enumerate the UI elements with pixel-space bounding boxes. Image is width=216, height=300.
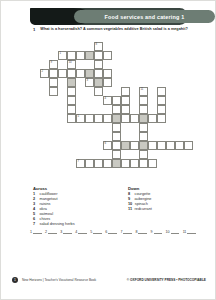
grid-gap	[130, 78, 139, 87]
crossword-cell[interactable]: 9	[49, 60, 58, 69]
grid-gap	[139, 78, 148, 87]
across-header: Across	[33, 186, 125, 191]
crossword-cell[interactable]	[49, 69, 58, 78]
answer-blank[interactable]: 1	[30, 229, 42, 234]
grid-gap	[40, 123, 49, 132]
crossword-cell-shaded[interactable]	[94, 78, 103, 87]
grid-gap	[58, 105, 67, 114]
answer-blank-line[interactable]	[93, 229, 102, 234]
crossword-cell[interactable]	[67, 51, 76, 60]
clue-number: 5	[78, 115, 80, 118]
grid-gap	[184, 60, 193, 69]
answer-blank-number: 8	[135, 230, 137, 234]
grid-gap	[175, 123, 184, 132]
crossword-cell[interactable]	[121, 105, 130, 114]
grid-gap	[148, 123, 157, 132]
crossword-cell[interactable]	[67, 114, 76, 123]
grid-gap	[49, 114, 58, 123]
crossword-cell[interactable]	[157, 87, 166, 96]
answer-blank-number: 7	[120, 230, 122, 234]
answer-blank-line[interactable]	[171, 229, 180, 234]
crossword-cell[interactable]: 5	[76, 114, 85, 123]
grid-gap	[58, 96, 67, 105]
grid-gap	[157, 60, 166, 69]
crossword-cell[interactable]	[166, 141, 175, 150]
grid-gap	[49, 51, 58, 60]
grid-gap	[112, 87, 121, 96]
grid-gap	[175, 87, 184, 96]
grid-gap	[139, 69, 148, 78]
grid-gap	[85, 105, 94, 114]
crossword-cell[interactable]	[139, 105, 148, 114]
clue-number: 11	[141, 88, 144, 91]
crossword-cell[interactable]	[175, 141, 184, 150]
grid-gap	[166, 42, 175, 51]
crossword-cell[interactable]	[103, 69, 112, 78]
crossword-cell[interactable]	[94, 87, 103, 96]
grid-gap	[184, 150, 193, 159]
clues-across: Across 1cauliflower2mangetout3raisins4ok…	[33, 186, 125, 227]
grid-gap	[139, 60, 148, 69]
grid-gap	[103, 105, 112, 114]
grid-gap	[94, 96, 103, 105]
grid-gap	[175, 60, 184, 69]
book-title: New Horizons | Teacher's Vocational Reso…	[22, 278, 96, 282]
grid-gap	[85, 150, 94, 159]
grid-gap	[121, 123, 130, 132]
crossword-cell[interactable]	[67, 105, 76, 114]
grid-gap	[58, 78, 67, 87]
grid-gap	[166, 96, 175, 105]
grid-gap	[130, 96, 139, 105]
crossword-cell[interactable]	[148, 159, 157, 168]
grid-gap	[166, 87, 175, 96]
grid-gap	[139, 51, 148, 60]
answer-blank[interactable]: 4	[75, 229, 87, 234]
clue-item: 7salad dressing herbs	[33, 222, 125, 227]
grid-gap	[76, 42, 85, 51]
grid-gap	[184, 69, 193, 78]
header-banner: Food services and catering 1	[30, 8, 188, 25]
crossword-cell-shaded[interactable]	[67, 78, 76, 87]
grid-gap	[157, 159, 166, 168]
grid-gap	[40, 60, 49, 69]
grid-gap	[49, 42, 58, 51]
grid-gap	[130, 51, 139, 60]
answer-blank[interactable]: 11	[183, 229, 196, 234]
crossword-cell[interactable]	[157, 114, 166, 123]
grid-gap	[121, 60, 130, 69]
crossword-cell[interactable]: 2	[40, 69, 49, 78]
grid-gap	[175, 51, 184, 60]
grid-gap	[76, 132, 85, 141]
grid-gap	[76, 123, 85, 132]
grid-gap	[67, 150, 76, 159]
grid-gap	[148, 60, 157, 69]
grid-gap	[166, 150, 175, 159]
grid-gap	[139, 42, 148, 51]
crossword-cell[interactable]	[76, 69, 85, 78]
crossword-cell[interactable]	[139, 150, 148, 159]
grid-gap	[112, 51, 121, 60]
grid-gap	[94, 132, 103, 141]
answer-blank-number: 5	[90, 230, 92, 234]
grid-gap	[58, 123, 67, 132]
crossword-cell[interactable]	[94, 159, 103, 168]
grid-gap	[121, 51, 130, 60]
grid-gap	[166, 69, 175, 78]
grid-gap	[67, 42, 76, 51]
grid-gap	[67, 132, 76, 141]
grid-gap	[148, 51, 157, 60]
grid-gap	[166, 123, 175, 132]
grid-gap	[40, 51, 49, 60]
grid-gap	[103, 42, 112, 51]
clue-item-text: redcurrant	[135, 207, 152, 212]
grid-gap	[40, 96, 49, 105]
grid-gap	[121, 150, 130, 159]
grid-gap	[103, 132, 112, 141]
crossword-cell[interactable]	[85, 114, 94, 123]
grid-gap	[184, 159, 193, 168]
answer-blank-number: 6	[105, 230, 107, 234]
grid-gap	[130, 150, 139, 159]
crossword-cell[interactable]: 3	[85, 78, 94, 87]
crossword-cell[interactable]	[112, 96, 121, 105]
answer-blank-line[interactable]	[63, 229, 72, 234]
clues-down: Down 8courgette9aubergine10spinach11redc…	[128, 186, 216, 212]
answer-blank[interactable]: 2	[45, 229, 57, 234]
grid-gap	[85, 123, 94, 132]
grid-gap	[184, 87, 193, 96]
grid-gap	[175, 42, 184, 51]
clue-number: 3	[87, 79, 89, 82]
grid-gap	[175, 150, 184, 159]
page-title: Food services and catering 1	[105, 14, 185, 20]
grid-gap	[112, 42, 121, 51]
crossword-cell[interactable]	[94, 114, 103, 123]
grid-gap	[40, 105, 49, 114]
grid-gap	[157, 69, 166, 78]
clue-number: 7	[78, 160, 80, 163]
answer-blanks-row[interactable]: 1234567891011	[30, 229, 196, 234]
answer-blank-line[interactable]	[138, 229, 147, 234]
workbook-page: Food services and catering 1 1 What is a…	[0, 0, 216, 300]
crossword-cell[interactable]	[148, 114, 157, 123]
grid-gap	[58, 114, 67, 123]
grid-gap	[85, 87, 94, 96]
grid-gap	[130, 123, 139, 132]
crossword-cell[interactable]: 10	[67, 60, 76, 69]
grid-gap	[49, 132, 58, 141]
crossword-cell[interactable]	[49, 78, 58, 87]
grid-gap	[148, 78, 157, 87]
grid-gap	[58, 132, 67, 141]
grid-gap	[184, 96, 193, 105]
answer-blank[interactable]: 7	[120, 229, 132, 234]
answer-blank[interactable]: 6	[105, 229, 117, 234]
clue-number: 9	[51, 61, 53, 64]
grid-gap	[103, 87, 112, 96]
grid-gap	[130, 60, 139, 69]
grid-gap	[94, 123, 103, 132]
crossword-cell[interactable]	[139, 132, 148, 141]
grid-gap	[40, 42, 49, 51]
crossword-cell[interactable]	[121, 159, 130, 168]
crossword-cell[interactable]	[67, 69, 76, 78]
crossword-cell[interactable]	[94, 69, 103, 78]
clue-number: 10	[69, 61, 72, 64]
grid-gap	[85, 42, 94, 51]
grid-gap	[175, 96, 184, 105]
crossword-cell[interactable]	[112, 141, 121, 150]
grid-gap	[49, 105, 58, 114]
clue-item-number: 11	[128, 207, 132, 212]
grid-gap	[157, 51, 166, 60]
grid-gap	[121, 69, 130, 78]
answer-blank-number: 10	[166, 230, 170, 234]
grid-gap	[94, 150, 103, 159]
grid-gap	[85, 96, 94, 105]
grid-gap	[58, 150, 67, 159]
crossword-cell[interactable]	[130, 159, 139, 168]
answer-blank-number: 1	[30, 230, 32, 234]
crossword-cell[interactable]	[103, 78, 112, 87]
grid-gap	[184, 123, 193, 132]
grid-gap	[76, 60, 85, 69]
grid-gap	[175, 78, 184, 87]
crossword-cell[interactable]: 8	[94, 42, 103, 51]
grid-gap	[121, 132, 130, 141]
grid-gap	[49, 96, 58, 105]
grid-gap	[103, 60, 112, 69]
crossword-cell[interactable]: 4	[103, 96, 112, 105]
grid-gap	[40, 141, 49, 150]
grid-gap	[148, 87, 157, 96]
page-footer: 1 New Horizons | Teacher's Vocational Re…	[10, 277, 206, 287]
crossword-cell[interactable]	[49, 87, 58, 96]
grid-gap	[166, 159, 175, 168]
grid-gap	[40, 114, 49, 123]
clue-item-text: salad dressing herbs	[40, 222, 75, 227]
grid-gap	[40, 78, 49, 87]
grid-gap	[85, 132, 94, 141]
crossword-cell[interactable]	[112, 132, 121, 141]
crossword-cell-shaded[interactable]	[121, 141, 130, 150]
down-list: 8courgette9aubergine10spinach11redcurran…	[128, 192, 216, 212]
answer-blank[interactable]: 10	[166, 229, 180, 234]
crossword-cell[interactable]	[103, 159, 112, 168]
grid-gap	[175, 69, 184, 78]
grid-gap	[166, 60, 175, 69]
copyright-notice: © OXFORD UNIVERSITY PRESS • PHOTOCOPIABL…	[127, 278, 206, 282]
grid-gap	[175, 114, 184, 123]
crossword-cell[interactable]	[67, 87, 76, 96]
grid-gap	[103, 123, 112, 132]
answer-blank-number: 2	[45, 230, 47, 234]
grid-gap	[184, 78, 193, 87]
crossword-cell[interactable]	[130, 141, 139, 150]
answer-blank-line[interactable]	[123, 229, 132, 234]
crossword-cell[interactable]	[121, 114, 130, 123]
grid-gap	[49, 123, 58, 132]
crossword-cell[interactable]	[103, 114, 112, 123]
grid-gap	[184, 105, 193, 114]
page-number-badge: 1	[12, 277, 18, 283]
grid-gap	[166, 132, 175, 141]
grid-gap	[58, 87, 67, 96]
crossword-cell[interactable]: 11	[139, 87, 148, 96]
unit-title-pill: Food services and catering 1	[74, 10, 215, 23]
crossword-cell[interactable]	[157, 141, 166, 150]
crossword-cell-shaded[interactable]	[85, 69, 94, 78]
clue-number: 6	[105, 142, 107, 145]
grid-gap	[157, 132, 166, 141]
grid-gap	[157, 123, 166, 132]
answer-blank[interactable]: 3	[60, 229, 72, 234]
crossword-cell[interactable]: 1	[58, 51, 67, 60]
answer-blank-line[interactable]	[33, 229, 42, 234]
grid-gap	[157, 78, 166, 87]
answer-blank-line[interactable]	[48, 229, 57, 234]
grid-gap	[76, 141, 85, 150]
grid-gap	[112, 69, 121, 78]
crossword-cell[interactable]	[103, 51, 112, 60]
grid-gap	[40, 150, 49, 159]
crossword-cell[interactable]	[76, 51, 85, 60]
answer-blank-number: 4	[75, 230, 77, 234]
grid-gap	[175, 105, 184, 114]
answer-blank[interactable]: 8	[135, 229, 147, 234]
crossword-cell-shaded[interactable]	[139, 114, 148, 123]
exercise-instruction: 1 What is a horseradish? A common vegeta…	[33, 27, 193, 32]
crossword-cell[interactable]	[85, 159, 94, 168]
grid-gap	[94, 141, 103, 150]
grid-gap	[166, 114, 175, 123]
grid-gap	[184, 51, 193, 60]
answer-blank-number: 3	[60, 230, 62, 234]
crossword-cell[interactable]	[139, 96, 148, 105]
grid-gap	[76, 78, 85, 87]
grid-gap	[67, 159, 76, 168]
crossword-cell[interactable]	[67, 96, 76, 105]
answer-blank[interactable]: 5	[90, 229, 102, 234]
grid-gap	[85, 141, 94, 150]
grid-gap	[166, 78, 175, 87]
clue-item-number: 7	[33, 222, 37, 227]
grid-gap	[175, 132, 184, 141]
grid-gap	[157, 42, 166, 51]
crossword-cell[interactable]	[130, 114, 139, 123]
grid-gap	[76, 105, 85, 114]
grid-gap	[85, 60, 94, 69]
crossword-cell[interactable]	[112, 150, 121, 159]
clue-number: 1	[60, 52, 62, 55]
grid-gap	[166, 51, 175, 60]
crossword-cell[interactable]	[184, 141, 193, 150]
crossword-cell-shaded[interactable]	[112, 159, 121, 168]
grid-gap	[148, 105, 157, 114]
crossword-cell[interactable]	[157, 105, 166, 114]
grid-gap	[112, 78, 121, 87]
grid-gap	[148, 132, 157, 141]
grid-gap	[130, 132, 139, 141]
grid-gap	[67, 123, 76, 132]
grid-gap	[103, 150, 112, 159]
grid-gap	[130, 105, 139, 114]
grid-gap	[58, 159, 67, 168]
clue-item: 11redcurrant	[128, 207, 216, 212]
crossword-cell[interactable]	[112, 105, 121, 114]
grid-gap	[49, 159, 58, 168]
clue-number: 8	[96, 43, 98, 46]
grid-gap	[40, 159, 49, 168]
grid-gap	[76, 150, 85, 159]
grid-gap	[130, 87, 139, 96]
crossword-cell[interactable]	[148, 141, 157, 150]
grid-gap	[58, 60, 67, 69]
crossword-cell[interactable]	[139, 159, 148, 168]
clue-number: 4	[105, 97, 107, 100]
exercise-number: 1	[33, 27, 35, 32]
crossword-grid[interactable]: 8191023114567	[40, 42, 193, 168]
crossword-cell[interactable]: 6	[103, 141, 112, 150]
grid-gap	[148, 150, 157, 159]
answer-blank-line[interactable]	[78, 229, 87, 234]
grid-gap	[166, 105, 175, 114]
grid-gap	[49, 150, 58, 159]
grid-gap	[148, 69, 157, 78]
grid-gap	[121, 42, 130, 51]
answer-blank-line[interactable]	[187, 229, 196, 234]
crossword-cell-shaded[interactable]	[85, 51, 94, 60]
grid-gap	[76, 87, 85, 96]
grid-gap	[148, 42, 157, 51]
grid-gap	[130, 42, 139, 51]
crossword-cell[interactable]	[121, 87, 130, 96]
answer-blank-number: 11	[183, 230, 187, 234]
crossword-cell[interactable]	[94, 60, 103, 69]
grid-gap	[130, 69, 139, 78]
crossword-cell[interactable]	[94, 51, 103, 60]
answer-blank[interactable]: 9	[151, 229, 163, 234]
answer-blank-line[interactable]	[108, 229, 117, 234]
crossword-cell-shaded[interactable]	[139, 141, 148, 150]
grid-gap	[157, 150, 166, 159]
grid-gap	[112, 60, 121, 69]
grid-gap	[58, 141, 67, 150]
crossword-cell[interactable]	[58, 69, 67, 78]
grid-gap	[184, 42, 193, 51]
across-list: 1cauliflower2mangetout3raisins4okra5oatm…	[33, 192, 125, 226]
crossword-cell-shaded[interactable]	[112, 114, 121, 123]
grid-gap	[121, 78, 130, 87]
crossword-cell[interactable]	[139, 123, 148, 132]
grid-gap	[184, 114, 193, 123]
grid-gap	[175, 159, 184, 168]
grid-gap	[76, 96, 85, 105]
grid-gap	[184, 132, 193, 141]
grid-gap	[49, 141, 58, 150]
clue-number: 2	[42, 70, 44, 73]
crossword-cell[interactable]: 7	[76, 159, 85, 168]
answer-blank-number: 9	[151, 230, 153, 234]
grid-gap	[40, 87, 49, 96]
crossword-cell[interactable]	[112, 123, 121, 132]
crossword-cell[interactable]	[121, 96, 130, 105]
crossword-cell[interactable]	[157, 96, 166, 105]
answer-blank-line[interactable]	[154, 229, 163, 234]
